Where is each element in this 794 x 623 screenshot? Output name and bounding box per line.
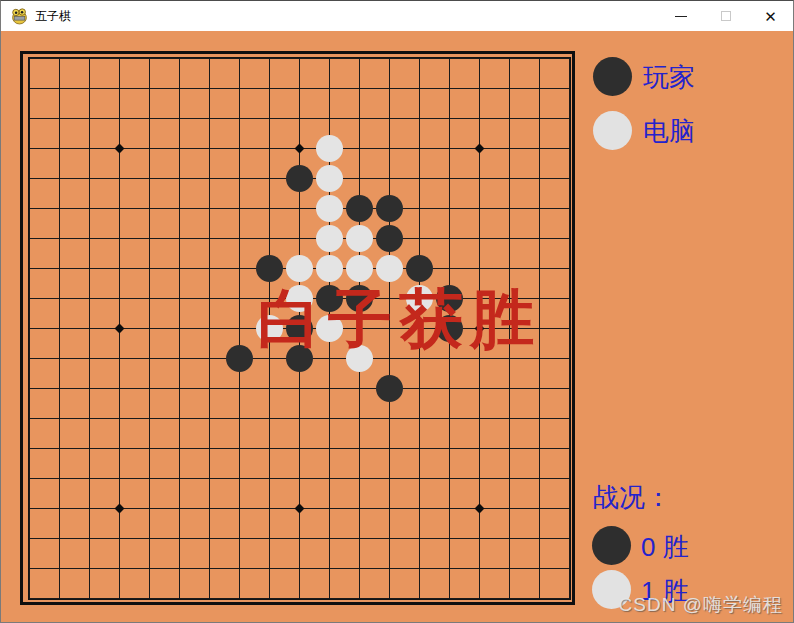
star-point <box>475 144 485 154</box>
white-stone <box>316 255 343 282</box>
close-button[interactable]: ✕ <box>748 1 793 31</box>
black-stone <box>226 345 253 372</box>
black-stone <box>376 225 403 252</box>
minimize-button[interactable] <box>658 1 703 31</box>
score-title: 战况： <box>593 484 671 510</box>
white-stone <box>286 255 313 282</box>
computer-label: 电脑 <box>643 118 695 144</box>
black-stone <box>346 195 373 222</box>
white-stone <box>316 195 343 222</box>
white-stone <box>346 255 373 282</box>
csdn-watermark: CSDN @嗨学编程 <box>619 592 783 618</box>
app-window: 五子棋 ✕ 白子获胜 玩家 电脑 战况： 0 胜 1 胜 <box>0 0 794 623</box>
win-banner-text: 白子获胜 <box>257 287 541 351</box>
maximize-button[interactable] <box>703 1 748 31</box>
star-point <box>115 504 125 514</box>
white-stone <box>346 225 373 252</box>
computer-white-stone-icon <box>593 111 632 150</box>
white-stone <box>376 255 403 282</box>
white-stone <box>316 165 343 192</box>
star-point <box>295 144 305 154</box>
game-area: 白子获胜 玩家 电脑 战况： 0 胜 1 胜 CSDN @嗨学编程 <box>1 31 794 623</box>
window-title: 五子棋 <box>35 8 71 25</box>
score-black-label: 0 胜 <box>641 534 689 560</box>
python-app-icon <box>11 8 28 25</box>
black-stone <box>406 255 433 282</box>
star-point <box>475 504 485 514</box>
black-stone <box>256 255 283 282</box>
player-label: 玩家 <box>643 64 695 90</box>
star-point <box>115 324 125 334</box>
window-controls: ✕ <box>658 1 793 31</box>
black-stone <box>376 195 403 222</box>
score-black-stone-icon <box>592 526 631 565</box>
minimize-icon <box>675 16 687 17</box>
close-icon: ✕ <box>764 9 777 24</box>
star-point <box>295 504 305 514</box>
white-stone <box>316 135 343 162</box>
title-bar: 五子棋 ✕ <box>1 1 793 31</box>
star-point <box>115 144 125 154</box>
white-stone <box>316 225 343 252</box>
maximize-icon <box>721 11 731 21</box>
black-stone <box>286 165 313 192</box>
player-black-stone-icon <box>593 57 632 96</box>
black-stone <box>376 375 403 402</box>
